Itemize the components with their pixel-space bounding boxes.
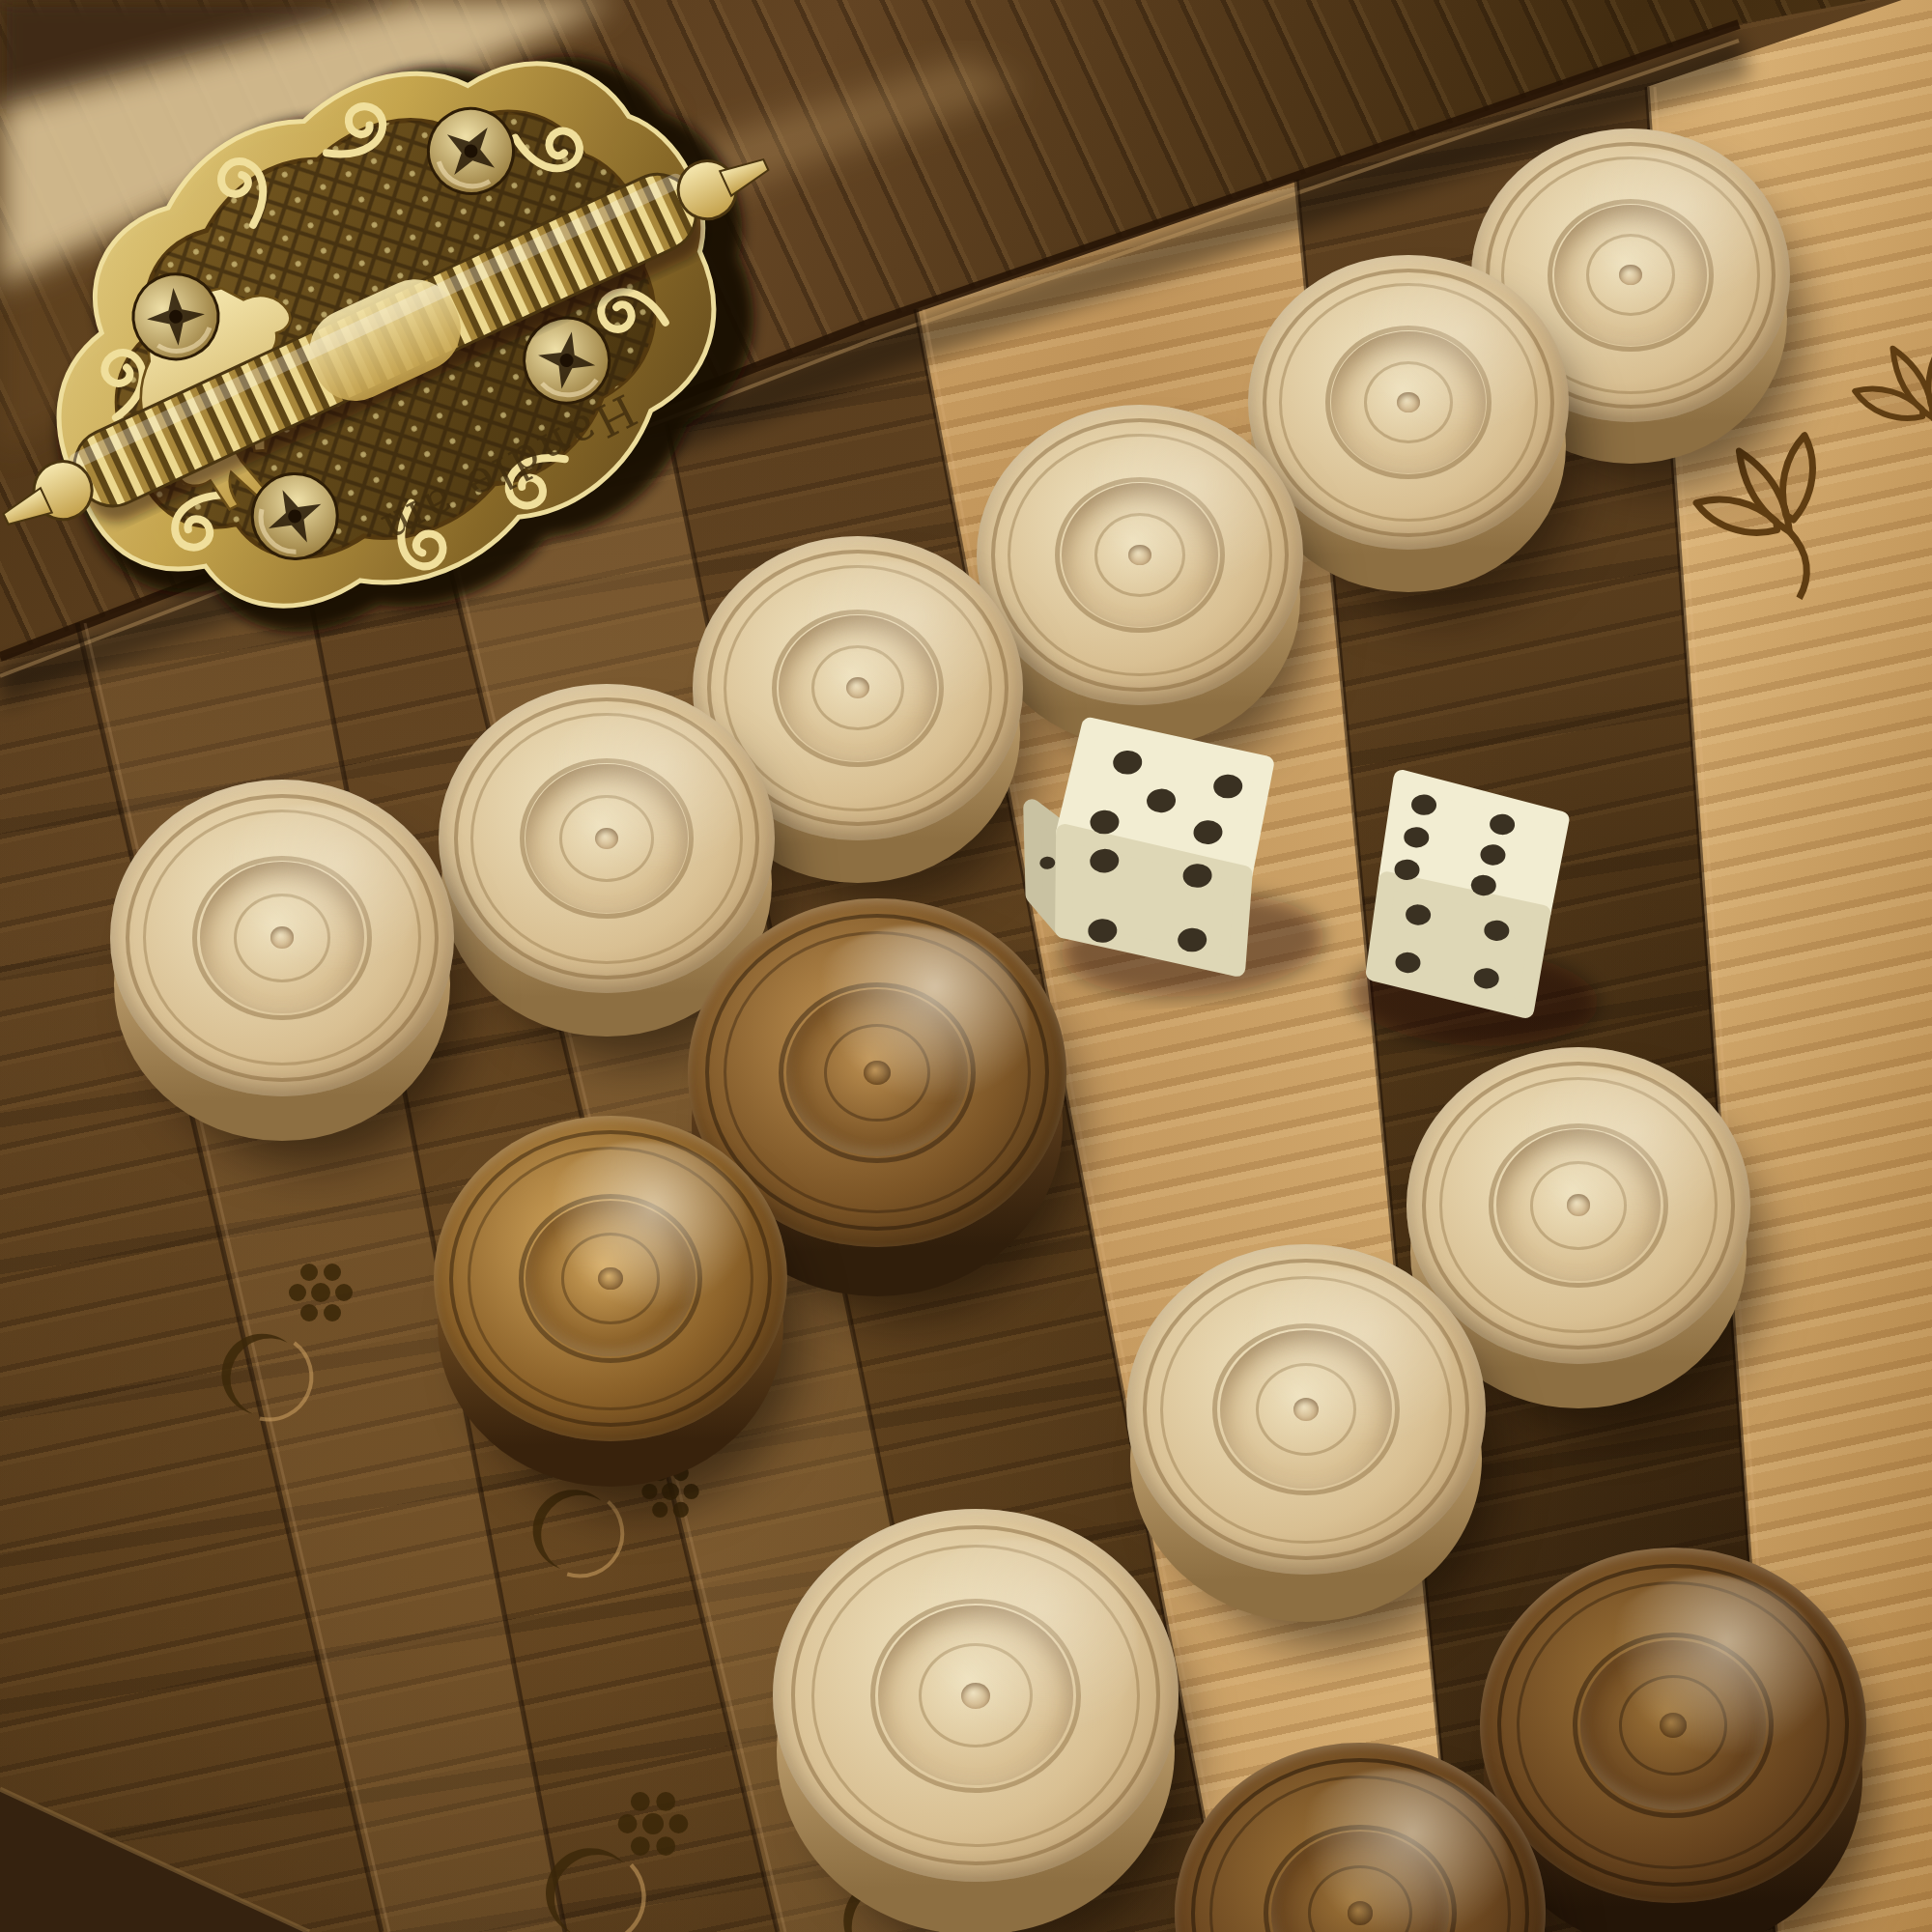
die-right[interactable] — [1249, 664, 1691, 1106]
checker-L6-cream[interactable] — [110, 780, 454, 1123]
checker-D4-walnut[interactable] — [1175, 1743, 1546, 1932]
backgammon-board-photo: Handle am — [0, 0, 1932, 1932]
checker-face — [1126, 1244, 1486, 1575]
checker-R3-cream[interactable] — [773, 1509, 1179, 1915]
checker-face — [773, 1509, 1179, 1882]
checker-face — [1175, 1743, 1546, 1932]
checker-face — [434, 1116, 787, 1441]
checker-face — [110, 780, 454, 1096]
checker-R2-cream[interactable] — [1126, 1244, 1486, 1604]
pieces-layer — [0, 0, 1932, 1932]
checker-D2-walnut[interactable] — [434, 1116, 787, 1469]
